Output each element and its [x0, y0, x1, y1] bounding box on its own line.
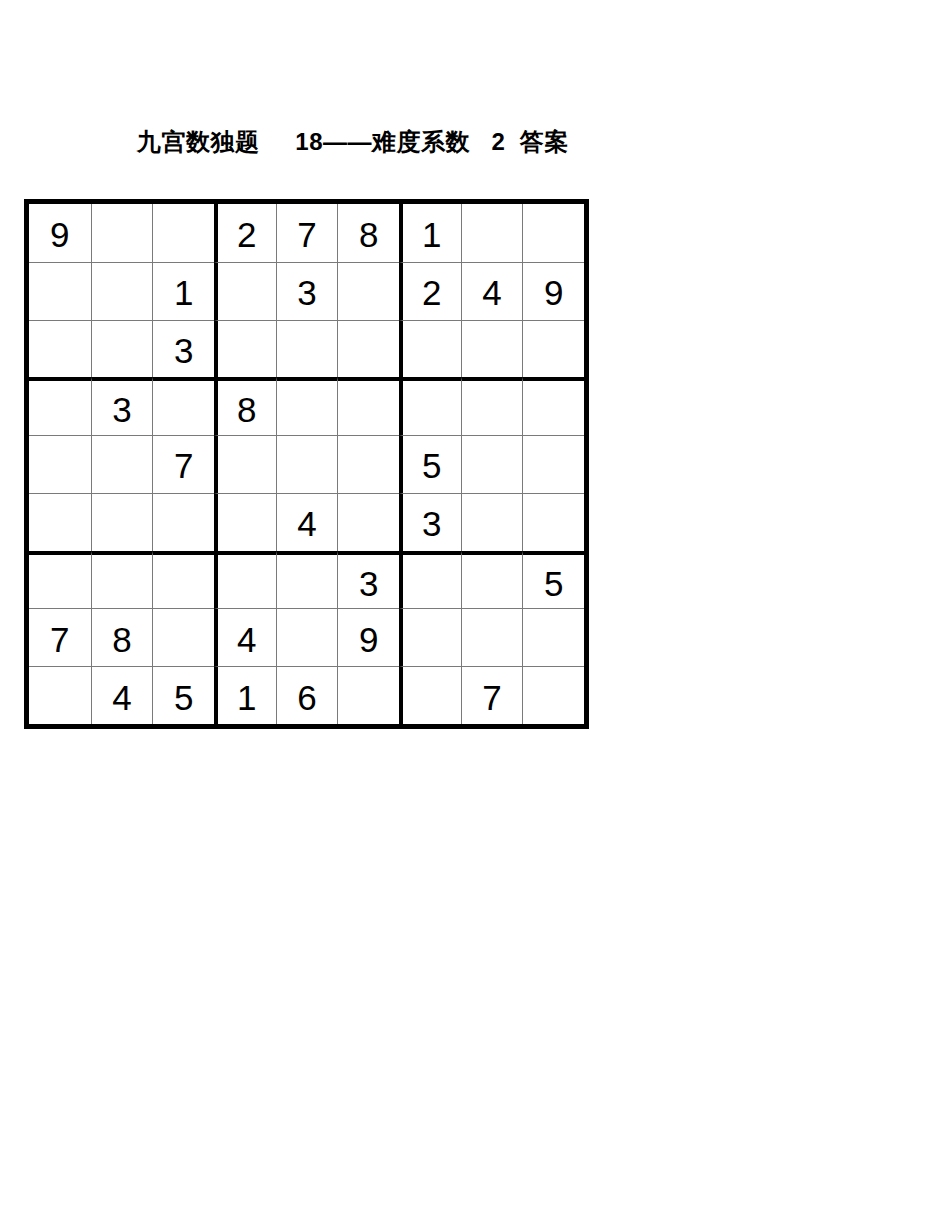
sudoku-cell-r8c2[interactable]: 8	[91, 608, 153, 666]
sudoku-cell-r7c7[interactable]	[399, 551, 461, 609]
sudoku-cell-r7c2[interactable]	[91, 551, 153, 609]
sudoku-cell-r5c7[interactable]: 5	[399, 435, 461, 493]
sudoku-cell-r1c5[interactable]: 7	[276, 204, 338, 262]
sudoku-cell-r1c2[interactable]	[91, 204, 153, 262]
sudoku-cell-r3c9[interactable]	[522, 320, 584, 378]
sudoku-cell-r4c6[interactable]	[337, 377, 399, 435]
sudoku-cell-r2c1[interactable]	[29, 262, 91, 320]
sudoku-cell-r2c9[interactable]: 9	[522, 262, 584, 320]
page-title: 九宫数独题 18——难度系数 2 答案	[137, 126, 569, 158]
sudoku-cell-r4c2[interactable]: 3	[91, 377, 153, 435]
sudoku-cell-r7c6[interactable]: 3	[337, 551, 399, 609]
sudoku-cell-r6c2[interactable]	[91, 493, 153, 551]
sudoku-cell-r8c9[interactable]	[522, 608, 584, 666]
sudoku-cell-r3c6[interactable]	[337, 320, 399, 378]
sudoku-cell-r8c1[interactable]: 7	[29, 608, 91, 666]
sudoku-cell-r5c2[interactable]	[91, 435, 153, 493]
sudoku-cell-r5c9[interactable]	[522, 435, 584, 493]
sudoku-cell-r7c8[interactable]	[461, 551, 523, 609]
sudoku-cell-r9c1[interactable]	[29, 666, 91, 724]
sudoku-cell-r9c6[interactable]	[337, 666, 399, 724]
sudoku-cell-r1c9[interactable]	[522, 204, 584, 262]
sudoku-board: 9278113249338754335784945167	[24, 199, 589, 729]
sudoku-cell-r3c5[interactable]	[276, 320, 338, 378]
sudoku-cell-r8c4[interactable]: 4	[214, 608, 276, 666]
sudoku-cell-r9c5[interactable]: 6	[276, 666, 338, 724]
sudoku-cell-r8c5[interactable]	[276, 608, 338, 666]
sudoku-cell-r9c3[interactable]: 5	[152, 666, 214, 724]
sudoku-cell-r1c7[interactable]: 1	[399, 204, 461, 262]
sudoku-cell-r1c1[interactable]: 9	[29, 204, 91, 262]
sudoku-cell-r8c8[interactable]	[461, 608, 523, 666]
sudoku-cell-r9c7[interactable]	[399, 666, 461, 724]
sudoku-cell-r7c3[interactable]	[152, 551, 214, 609]
sudoku-cell-r4c3[interactable]	[152, 377, 214, 435]
document-page: 九宫数独题 18——难度系数 2 答案 92781132493387543357…	[0, 0, 950, 1230]
sudoku-cell-r4c1[interactable]	[29, 377, 91, 435]
sudoku-cell-r5c4[interactable]	[214, 435, 276, 493]
sudoku-cell-r2c5[interactable]: 3	[276, 262, 338, 320]
sudoku-cell-r6c9[interactable]	[522, 493, 584, 551]
sudoku-cell-r7c1[interactable]	[29, 551, 91, 609]
sudoku-cell-r7c5[interactable]	[276, 551, 338, 609]
sudoku-cell-r2c3[interactable]: 1	[152, 262, 214, 320]
sudoku-cell-r3c3[interactable]: 3	[152, 320, 214, 378]
sudoku-cell-r5c3[interactable]: 7	[152, 435, 214, 493]
sudoku-cell-r6c7[interactable]: 3	[399, 493, 461, 551]
sudoku-cell-r6c1[interactable]	[29, 493, 91, 551]
sudoku-cell-r6c8[interactable]	[461, 493, 523, 551]
sudoku-cell-r8c3[interactable]	[152, 608, 214, 666]
sudoku-cell-r2c6[interactable]	[337, 262, 399, 320]
sudoku-cell-r5c8[interactable]	[461, 435, 523, 493]
sudoku-cell-r9c9[interactable]	[522, 666, 584, 724]
sudoku-cell-r3c8[interactable]	[461, 320, 523, 378]
sudoku-cell-r9c4[interactable]: 1	[214, 666, 276, 724]
sudoku-cell-r3c7[interactable]	[399, 320, 461, 378]
sudoku-cell-r7c9[interactable]: 5	[522, 551, 584, 609]
sudoku-cell-r1c8[interactable]	[461, 204, 523, 262]
sudoku-cell-r6c4[interactable]	[214, 493, 276, 551]
sudoku-cell-r2c2[interactable]	[91, 262, 153, 320]
sudoku-cell-r2c7[interactable]: 2	[399, 262, 461, 320]
sudoku-cell-r4c9[interactable]	[522, 377, 584, 435]
sudoku-cell-r1c3[interactable]	[152, 204, 214, 262]
sudoku-cell-r1c4[interactable]: 2	[214, 204, 276, 262]
sudoku-cell-r5c6[interactable]	[337, 435, 399, 493]
sudoku-cell-r2c4[interactable]	[214, 262, 276, 320]
sudoku-cell-r8c6[interactable]: 9	[337, 608, 399, 666]
sudoku-cell-r7c4[interactable]	[214, 551, 276, 609]
sudoku-cell-r9c8[interactable]: 7	[461, 666, 523, 724]
sudoku-cell-r6c5[interactable]: 4	[276, 493, 338, 551]
sudoku-cell-r3c4[interactable]	[214, 320, 276, 378]
sudoku-cell-r1c6[interactable]: 8	[337, 204, 399, 262]
sudoku-cell-r2c8[interactable]: 4	[461, 262, 523, 320]
sudoku-cell-r5c1[interactable]	[29, 435, 91, 493]
sudoku-cell-r9c2[interactable]: 4	[91, 666, 153, 724]
sudoku-cell-r4c5[interactable]	[276, 377, 338, 435]
sudoku-cell-r3c1[interactable]	[29, 320, 91, 378]
sudoku-cell-r8c7[interactable]	[399, 608, 461, 666]
sudoku-cell-r4c8[interactable]	[461, 377, 523, 435]
sudoku-cell-r6c3[interactable]	[152, 493, 214, 551]
sudoku-cell-r4c4[interactable]: 8	[214, 377, 276, 435]
sudoku-cell-r6c6[interactable]	[337, 493, 399, 551]
sudoku-cell-r3c2[interactable]	[91, 320, 153, 378]
sudoku-cell-r5c5[interactable]	[276, 435, 338, 493]
sudoku-cell-r4c7[interactable]	[399, 377, 461, 435]
